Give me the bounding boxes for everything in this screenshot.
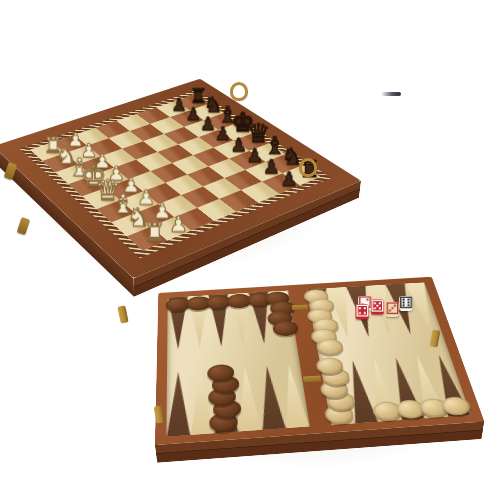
backgammon-checker-light[interactable]	[308, 298, 335, 314]
chess-handle-loop-icon	[299, 158, 317, 177]
backgammon-point-left-bottom-1[interactable]	[166, 371, 190, 437]
backgammon-board: ⚁⚃⚄⚂⚅	[155, 277, 484, 445]
chess-square-c5[interactable]	[187, 166, 224, 186]
backgammon-field-left	[166, 291, 309, 437]
backgammon-point-left-bottom-6[interactable]	[278, 364, 310, 428]
chess-piece-black-pawn[interactable]: ♟	[275, 169, 302, 189]
die-white-black-pips[interactable]: ⚅	[399, 296, 412, 311]
backgammon-point-left-bottom-4[interactable]	[234, 367, 263, 432]
photo-artifact	[381, 92, 401, 96]
backgammon-point-right-bottom-4[interactable]	[385, 357, 425, 420]
backgammon-point-left-bottom-5[interactable]	[256, 365, 286, 430]
backgammon-field-right: ⚁⚃⚄⚂⚅	[307, 282, 471, 424]
backgammon-checker-light[interactable]	[315, 357, 344, 375]
chess-handle-loop-icon	[230, 82, 248, 101]
chess-piece-white-rook[interactable]: ♜	[140, 220, 169, 245]
backgammon-half-right: ⚁⚃⚄⚂⚅	[297, 277, 485, 433]
backgammon-latch-left-icon	[117, 305, 128, 323]
chess-clasp-icon	[17, 217, 31, 235]
backgammon-checker-light[interactable]	[316, 338, 345, 355]
die-red-white-pips[interactable]: ⚄	[371, 299, 384, 314]
die-ivory-red-pips[interactable]: ⚂	[386, 302, 399, 317]
die-red-white-pips[interactable]: ⚃	[355, 304, 368, 319]
chess-board: ♜♟♟♜♞♟♟♞♝♟♟♝♛♟♟♛♚♟♟♚♝♟♟♝♞♟♟♞♜♟♟♜	[0, 79, 361, 279]
product-photo-scene: { "scene": { "description": "Folding woo…	[0, 0, 500, 487]
backgammon-hinge-icon	[292, 304, 309, 310]
